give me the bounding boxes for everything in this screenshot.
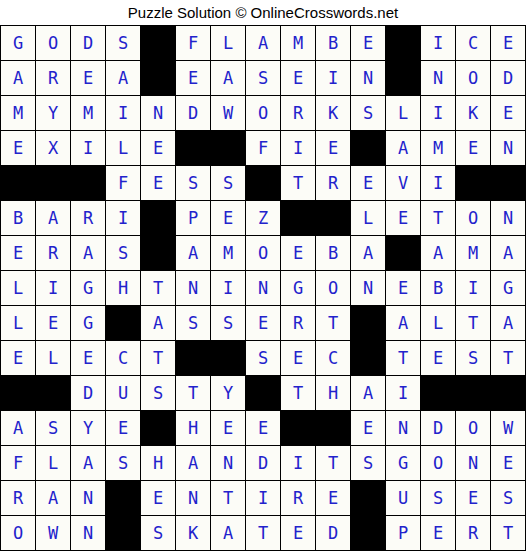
grid-cell: R [36, 61, 70, 95]
grid-cell: T [246, 516, 280, 550]
grid-cell: O [456, 61, 490, 95]
grid-cell: A [351, 236, 385, 270]
grid-cell: S [351, 446, 385, 480]
grid-cell: E [1, 236, 35, 270]
grid-cell: E [491, 446, 525, 480]
block-cell [351, 516, 385, 550]
grid-cell: S [491, 481, 525, 515]
grid-cell: S [106, 236, 140, 270]
block-cell [456, 376, 490, 410]
block-cell [71, 166, 105, 200]
grid-cell: E [36, 306, 70, 340]
grid-cell: A [71, 446, 105, 480]
grid-cell: I [211, 271, 245, 305]
grid-cell: A [1, 411, 35, 445]
block-cell [386, 236, 420, 270]
grid-cell: O [246, 236, 280, 270]
grid-cell: T [491, 516, 525, 550]
block-cell [141, 236, 175, 270]
grid-cell: S [176, 166, 210, 200]
grid-cell: M [281, 26, 315, 60]
grid-cell: E [281, 236, 315, 270]
grid-cell: N [141, 96, 175, 130]
grid-cell: S [246, 341, 280, 375]
block-cell [1, 166, 35, 200]
grid-cell: T [421, 201, 455, 235]
block-cell [106, 516, 140, 550]
page-title: Puzzle Solution © OnlineCrosswords.net [0, 0, 526, 25]
grid-cell: E [71, 341, 105, 375]
grid-cell: S [36, 411, 70, 445]
grid-cell: T [281, 376, 315, 410]
grid-cell: V [386, 166, 420, 200]
grid-cell: N [491, 201, 525, 235]
grid-cell: I [456, 271, 490, 305]
grid-cell: D [246, 446, 280, 480]
grid-cell: N [176, 271, 210, 305]
grid-cell: U [106, 376, 140, 410]
grid-cell: N [421, 61, 455, 95]
grid-cell: A [211, 516, 245, 550]
grid-cell: C [316, 341, 350, 375]
grid-cell: Y [36, 96, 70, 130]
grid-cell: B [316, 26, 350, 60]
block-cell [456, 166, 490, 200]
block-cell [106, 481, 140, 515]
grid-cell: I [71, 131, 105, 165]
grid-cell: S [106, 446, 140, 480]
grid-cell: N [211, 446, 245, 480]
grid-cell: K [456, 96, 490, 130]
grid-cell: L [421, 306, 455, 340]
grid-cell: A [211, 61, 245, 95]
grid-cell: T [316, 446, 350, 480]
grid-cell: E [421, 341, 455, 375]
grid-cell: M [211, 236, 245, 270]
grid-cell: L [1, 306, 35, 340]
grid-cell: P [176, 201, 210, 235]
grid-cell: I [106, 96, 140, 130]
block-cell [491, 376, 525, 410]
grid-cell: S [176, 306, 210, 340]
grid-cell: F [246, 131, 280, 165]
grid-cell: S [211, 306, 245, 340]
grid-cell: H [316, 376, 350, 410]
grid-cell: U [386, 481, 420, 515]
block-cell [421, 376, 455, 410]
block-cell [176, 341, 210, 375]
grid-cell: I [386, 376, 420, 410]
grid-cell: K [176, 516, 210, 550]
block-cell [36, 166, 70, 200]
grid-cell: E [456, 481, 490, 515]
grid-cell: E [351, 411, 385, 445]
grid-cell: A [351, 376, 385, 410]
grid-cell: E [71, 61, 105, 95]
grid-cell: R [1, 481, 35, 515]
grid-cell: N [351, 271, 385, 305]
grid-cell: E [141, 481, 175, 515]
grid-cell: R [281, 306, 315, 340]
grid-cell: H [176, 411, 210, 445]
grid-cell: W [36, 516, 70, 550]
grid-cell: A [421, 236, 455, 270]
grid-cell: A [386, 306, 420, 340]
grid-cell: L [36, 341, 70, 375]
grid-cell: O [456, 411, 490, 445]
grid-cell: A [36, 481, 70, 515]
grid-cell: E [421, 516, 455, 550]
grid-cell: B [1, 201, 35, 235]
grid-cell: E [1, 131, 35, 165]
grid-cell: H [141, 446, 175, 480]
grid-cell: E [281, 516, 315, 550]
grid-cell: E [141, 131, 175, 165]
grid-cell: M [456, 236, 490, 270]
grid-cell: S [141, 376, 175, 410]
block-cell [141, 61, 175, 95]
grid-cell: N [351, 61, 385, 95]
block-cell [246, 376, 280, 410]
grid-cell: T [281, 166, 315, 200]
block-cell [351, 306, 385, 340]
grid-cell: O [421, 446, 455, 480]
grid-cell: N [176, 481, 210, 515]
grid-cell: C [106, 341, 140, 375]
grid-cell: G [281, 271, 315, 305]
grid-cell: L [211, 26, 245, 60]
block-cell [281, 411, 315, 445]
grid-cell: E [281, 61, 315, 95]
grid-cell: T [176, 376, 210, 410]
grid-cell: E [316, 131, 350, 165]
grid-cell: O [456, 201, 490, 235]
block-cell [386, 26, 420, 60]
grid-cell: A [246, 26, 280, 60]
grid-cell: W [491, 411, 525, 445]
grid-cell: O [246, 96, 280, 130]
grid-cell: E [1, 341, 35, 375]
grid-cell: E [281, 341, 315, 375]
block-cell [246, 166, 280, 200]
grid-cell: A [106, 61, 140, 95]
grid-cell: D [176, 96, 210, 130]
grid-cell: W [211, 96, 245, 130]
grid-cell: R [281, 96, 315, 130]
grid-cell: Y [211, 376, 245, 410]
block-cell [351, 481, 385, 515]
grid-cell: I [36, 271, 70, 305]
grid-cell: N [491, 131, 525, 165]
grid-cell: A [176, 446, 210, 480]
block-cell [491, 166, 525, 200]
grid-cell: L [1, 271, 35, 305]
block-cell [211, 131, 245, 165]
grid-cell: N [456, 446, 490, 480]
grid-cell: K [316, 96, 350, 130]
grid-cell: D [491, 61, 525, 95]
grid-cell: S [141, 516, 175, 550]
grid-cell: T [386, 341, 420, 375]
grid-cell: T [211, 481, 245, 515]
grid-cell: M [71, 96, 105, 130]
grid-cell: A [141, 306, 175, 340]
grid-cell: C [456, 26, 490, 60]
block-cell [106, 306, 140, 340]
grid-cell: P [386, 516, 420, 550]
grid-cell: N [71, 516, 105, 550]
block-cell [141, 201, 175, 235]
grid-cell: D [421, 411, 455, 445]
grid-cell: S [106, 26, 140, 60]
grid-cell: E [141, 166, 175, 200]
grid-cell: E [246, 411, 280, 445]
grid-cell: Y [71, 411, 105, 445]
grid-cell: O [316, 271, 350, 305]
grid-cell: A [36, 201, 70, 235]
grid-cell: L [351, 201, 385, 235]
grid-cell: R [36, 236, 70, 270]
grid-cell: S [211, 166, 245, 200]
grid-cell: R [316, 166, 350, 200]
grid-cell: N [71, 481, 105, 515]
grid-cell: T [141, 271, 175, 305]
grid-cell: G [386, 446, 420, 480]
grid-cell: D [316, 516, 350, 550]
block-cell [386, 61, 420, 95]
grid-cell: E [211, 201, 245, 235]
grid-cell: N [246, 271, 280, 305]
grid-cell: O [1, 516, 35, 550]
grid-cell: E [351, 166, 385, 200]
grid-cell: E [106, 411, 140, 445]
block-cell [141, 26, 175, 60]
grid-cell: E [491, 26, 525, 60]
block-cell [141, 411, 175, 445]
block-cell [211, 341, 245, 375]
grid-cell: T [491, 341, 525, 375]
grid-cell: G [71, 306, 105, 340]
grid-cell: L [386, 96, 420, 130]
grid-cell: A [386, 131, 420, 165]
grid-cell: M [1, 96, 35, 130]
block-cell [176, 131, 210, 165]
crossword-grid: GODSFLAMBEICEAREAEASEINNODMYMINDWORKSLIK… [0, 25, 526, 551]
grid-cell: R [456, 516, 490, 550]
grid-cell: I [106, 201, 140, 235]
block-cell [1, 376, 35, 410]
grid-cell: F [1, 446, 35, 480]
grid-cell: S [421, 481, 455, 515]
grid-cell: D [71, 376, 105, 410]
grid-cell: D [71, 26, 105, 60]
grid-cell: Z [246, 201, 280, 235]
grid-cell: L [106, 131, 140, 165]
grid-cell: E [351, 26, 385, 60]
grid-cell: R [71, 201, 105, 235]
grid-cell: A [176, 236, 210, 270]
grid-cell: E [246, 306, 280, 340]
grid-cell: E [316, 481, 350, 515]
grid-cell: N [386, 411, 420, 445]
grid-cell: I [316, 61, 350, 95]
grid-cell: B [421, 271, 455, 305]
grid-cell: G [1, 26, 35, 60]
grid-cell: I [246, 481, 280, 515]
grid-cell: I [421, 26, 455, 60]
puzzle-solution-page: Puzzle Solution © OnlineCrosswords.net G… [0, 0, 526, 551]
grid-cell: E [456, 131, 490, 165]
grid-cell: E [386, 201, 420, 235]
grid-cell: E [176, 61, 210, 95]
grid-cell: M [421, 131, 455, 165]
block-cell [281, 201, 315, 235]
grid-cell: T [456, 306, 490, 340]
grid-cell: A [491, 306, 525, 340]
grid-cell: A [491, 236, 525, 270]
block-cell [36, 376, 70, 410]
grid-cell: I [421, 166, 455, 200]
grid-cell: E [211, 411, 245, 445]
grid-cell: S [456, 341, 490, 375]
grid-cell: G [71, 271, 105, 305]
block-cell [351, 131, 385, 165]
grid-cell: S [351, 96, 385, 130]
grid-cell: T [316, 306, 350, 340]
grid-cell: X [36, 131, 70, 165]
grid-cell: T [141, 341, 175, 375]
grid-cell: I [281, 131, 315, 165]
grid-cell: F [106, 166, 140, 200]
grid-cell: A [1, 61, 35, 95]
grid-cell: S [246, 61, 280, 95]
grid-cell: B [316, 236, 350, 270]
grid-cell: A [71, 236, 105, 270]
grid-cell: H [106, 271, 140, 305]
block-cell [351, 341, 385, 375]
grid-cell: E [491, 96, 525, 130]
grid-cell: F [176, 26, 210, 60]
grid-cell: I [421, 96, 455, 130]
grid-cell: R [281, 481, 315, 515]
grid-cell: O [36, 26, 70, 60]
block-cell [316, 411, 350, 445]
grid-cell: E [386, 271, 420, 305]
grid-cell: L [36, 446, 70, 480]
grid-cell: G [491, 271, 525, 305]
block-cell [316, 201, 350, 235]
grid-cell: I [281, 446, 315, 480]
